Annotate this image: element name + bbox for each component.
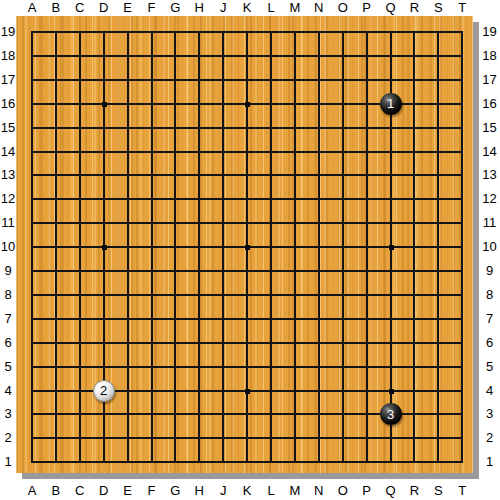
- column-label-bottom-h: H: [189, 484, 209, 498]
- row-label-left-1: 1: [0, 455, 16, 469]
- column-label-top-a: A: [22, 1, 42, 15]
- row-label-right-6: 6: [481, 336, 498, 350]
- grid-horizontal-line-8: [31, 294, 463, 296]
- grid-vertical-line-s: [437, 31, 439, 463]
- row-label-right-11: 11: [481, 216, 498, 230]
- row-label-left-17: 17: [0, 73, 16, 87]
- star-point-d10: [102, 245, 107, 250]
- star-point-q10: [389, 245, 394, 250]
- grid-horizontal-line-2: [31, 437, 463, 439]
- row-label-left-4: 4: [0, 384, 16, 398]
- star-point-k10: [245, 245, 250, 250]
- row-label-left-19: 19: [0, 25, 16, 39]
- column-label-bottom-j: J: [213, 484, 233, 498]
- grid-horizontal-line-9: [31, 270, 463, 272]
- column-label-top-r: R: [404, 1, 424, 15]
- column-label-bottom-m: M: [285, 484, 305, 498]
- column-label-top-o: O: [333, 1, 353, 15]
- column-label-top-q: Q: [381, 1, 401, 15]
- column-label-top-h: H: [189, 1, 209, 15]
- column-label-top-j: J: [213, 1, 233, 15]
- column-label-bottom-l: L: [261, 484, 281, 498]
- column-label-top-g: G: [165, 1, 185, 15]
- column-label-top-l: L: [261, 1, 281, 15]
- column-label-bottom-a: A: [22, 484, 42, 498]
- row-label-right-13: 13: [481, 168, 498, 182]
- star-point-d16: [102, 102, 107, 107]
- column-label-bottom-k: K: [237, 484, 257, 498]
- column-label-top-s: S: [428, 1, 448, 15]
- grid-vertical-line-t: [461, 31, 463, 463]
- column-label-bottom-b: B: [46, 484, 66, 498]
- column-label-top-b: B: [46, 1, 66, 15]
- star-point-k4: [245, 389, 250, 394]
- grid-horizontal-line-7: [31, 318, 463, 320]
- column-label-top-m: M: [285, 1, 305, 15]
- column-label-bottom-s: S: [428, 484, 448, 498]
- stone-move-number: 1: [387, 96, 394, 111]
- row-label-right-5: 5: [481, 360, 498, 374]
- row-label-right-7: 7: [481, 312, 498, 326]
- row-label-right-18: 18: [481, 49, 498, 63]
- row-label-left-12: 12: [0, 192, 16, 206]
- column-label-top-d: D: [94, 1, 114, 15]
- grid-vertical-line-n: [318, 31, 320, 463]
- go-diagram: AABBCCDDEEFFGGHHJJKKLLMMNNOOPPQQRRSSTT19…: [0, 0, 500, 500]
- row-label-right-15: 15: [481, 121, 498, 135]
- row-label-right-10: 10: [481, 240, 498, 254]
- row-label-right-2: 2: [481, 431, 498, 445]
- star-point-q4: [389, 389, 394, 394]
- column-label-bottom-q: Q: [381, 484, 401, 498]
- row-label-right-4: 4: [481, 384, 498, 398]
- row-label-left-11: 11: [0, 216, 16, 230]
- grid-vertical-line-p: [366, 31, 368, 463]
- stone-move-number: 2: [100, 383, 107, 398]
- row-label-left-10: 10: [0, 240, 16, 254]
- column-label-bottom-o: O: [333, 484, 353, 498]
- row-label-left-13: 13: [0, 168, 16, 182]
- row-label-right-12: 12: [481, 192, 498, 206]
- row-label-left-15: 15: [0, 121, 16, 135]
- column-label-top-n: N: [309, 1, 329, 15]
- column-label-bottom-n: N: [309, 484, 329, 498]
- row-label-left-8: 8: [0, 288, 16, 302]
- row-label-right-16: 16: [481, 97, 498, 111]
- grid-horizontal-line-1: [31, 461, 463, 463]
- row-label-left-14: 14: [0, 145, 16, 159]
- star-point-k16: [245, 102, 250, 107]
- column-label-bottom-f: F: [142, 484, 162, 498]
- row-label-right-17: 17: [481, 73, 498, 87]
- column-label-bottom-g: G: [165, 484, 185, 498]
- row-label-right-3: 3: [481, 407, 498, 421]
- stone-black-q3[interactable]: 3: [380, 403, 402, 425]
- stone-move-number: 3: [387, 407, 394, 422]
- grid-vertical-line-o: [342, 31, 344, 463]
- column-label-bottom-c: C: [70, 484, 90, 498]
- grid-vertical-line-r: [413, 31, 415, 463]
- row-label-right-8: 8: [481, 288, 498, 302]
- grid-vertical-line-m: [294, 31, 296, 463]
- column-label-top-p: P: [357, 1, 377, 15]
- column-label-top-t: T: [452, 1, 472, 15]
- stone-white-d4[interactable]: 2: [93, 380, 115, 402]
- column-label-bottom-d: D: [94, 484, 114, 498]
- column-label-bottom-t: T: [452, 484, 472, 498]
- row-label-left-6: 6: [0, 336, 16, 350]
- row-label-right-19: 19: [481, 25, 498, 39]
- row-label-left-3: 3: [0, 407, 16, 421]
- column-label-top-c: C: [70, 1, 90, 15]
- column-label-bottom-p: P: [357, 484, 377, 498]
- column-label-top-f: F: [142, 1, 162, 15]
- row-label-left-2: 2: [0, 431, 16, 445]
- row-label-right-1: 1: [481, 455, 498, 469]
- stone-black-q16[interactable]: 1: [380, 93, 402, 115]
- row-label-left-16: 16: [0, 97, 16, 111]
- row-label-left-9: 9: [0, 264, 16, 278]
- row-label-right-14: 14: [481, 145, 498, 159]
- grid-vertical-line-l: [270, 31, 272, 463]
- grid-horizontal-line-5: [31, 366, 463, 368]
- row-label-right-9: 9: [481, 264, 498, 278]
- grid-horizontal-line-6: [31, 342, 463, 344]
- row-label-left-5: 5: [0, 360, 16, 374]
- row-label-left-18: 18: [0, 49, 16, 63]
- column-label-bottom-r: R: [404, 484, 424, 498]
- column-label-top-k: K: [237, 1, 257, 15]
- column-label-bottom-e: E: [118, 484, 138, 498]
- column-label-top-e: E: [118, 1, 138, 15]
- row-label-left-7: 7: [0, 312, 16, 326]
